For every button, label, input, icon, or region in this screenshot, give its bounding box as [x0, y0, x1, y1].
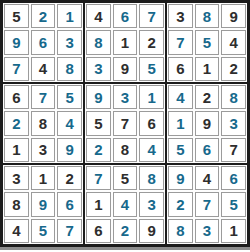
- sudoku-cell-r4c1[interactable]: 6: [4, 85, 29, 109]
- sudoku-box-1: 521963748: [2, 2, 84, 83]
- sudoku-cell-r1c8[interactable]: 8: [195, 4, 220, 28]
- sudoku-cell-r7c4[interactable]: 7: [86, 166, 111, 190]
- sudoku-cell-r6c2[interactable]: 3: [31, 138, 56, 162]
- sudoku-cell-r9c4[interactable]: 6: [86, 219, 111, 243]
- sudoku-cell-r2c3[interactable]: 3: [57, 30, 82, 54]
- sudoku-cell-r6c4[interactable]: 2: [86, 138, 111, 162]
- sudoku-cell-r8c5[interactable]: 4: [113, 192, 138, 216]
- sudoku-cell-r6c5[interactable]: 8: [113, 138, 138, 162]
- sudoku-box-6: 428193567: [166, 83, 248, 164]
- sudoku-cell-r2c2[interactable]: 6: [31, 30, 56, 54]
- sudoku-cell-r5c4[interactable]: 5: [86, 111, 111, 135]
- sudoku-box-8: 758143629: [84, 164, 166, 245]
- sudoku-cell-r6c6[interactable]: 4: [139, 138, 164, 162]
- sudoku-cell-r3c1[interactable]: 7: [4, 57, 29, 81]
- sudoku-cell-r5c3[interactable]: 4: [57, 111, 82, 135]
- sudoku-cell-r3c9[interactable]: 2: [221, 57, 246, 81]
- sudoku-cell-r8c7[interactable]: 2: [168, 192, 193, 216]
- sudoku-cell-r7c6[interactable]: 8: [139, 166, 164, 190]
- sudoku-cell-r2c9[interactable]: 4: [221, 30, 246, 54]
- sudoku-board: 5219637484678123953897546126752841399315…: [0, 0, 250, 247]
- sudoku-cell-r5c7[interactable]: 1: [168, 111, 193, 135]
- sudoku-cell-r1c2[interactable]: 2: [31, 4, 56, 28]
- sudoku-cell-r9c9[interactable]: 1: [221, 219, 246, 243]
- sudoku-cell-r5c9[interactable]: 3: [221, 111, 246, 135]
- sudoku-cell-r6c3[interactable]: 9: [57, 138, 82, 162]
- sudoku-cell-r3c3[interactable]: 8: [57, 57, 82, 81]
- sudoku-cell-r7c7[interactable]: 9: [168, 166, 193, 190]
- sudoku-cell-r7c8[interactable]: 4: [195, 166, 220, 190]
- sudoku-cell-r1c4[interactable]: 4: [86, 4, 111, 28]
- sudoku-cell-r4c2[interactable]: 7: [31, 85, 56, 109]
- sudoku-cell-r7c5[interactable]: 5: [113, 166, 138, 190]
- sudoku-cell-r5c2[interactable]: 8: [31, 111, 56, 135]
- sudoku-cell-r3c2[interactable]: 4: [31, 57, 56, 81]
- sudoku-cell-r4c3[interactable]: 5: [57, 85, 82, 109]
- sudoku-cell-r1c3[interactable]: 1: [57, 4, 82, 28]
- sudoku-cell-r1c7[interactable]: 3: [168, 4, 193, 28]
- sudoku-cell-r8c1[interactable]: 8: [4, 192, 29, 216]
- sudoku-cell-r8c8[interactable]: 7: [195, 192, 220, 216]
- sudoku-cell-r9c2[interactable]: 5: [31, 219, 56, 243]
- sudoku-cell-r1c6[interactable]: 7: [139, 4, 164, 28]
- sudoku-cell-r9c6[interactable]: 9: [139, 219, 164, 243]
- sudoku-cell-r7c9[interactable]: 6: [221, 166, 246, 190]
- sudoku-cell-r6c7[interactable]: 5: [168, 138, 193, 162]
- sudoku-cell-r7c3[interactable]: 2: [57, 166, 82, 190]
- sudoku-cell-r5c8[interactable]: 9: [195, 111, 220, 135]
- sudoku-cell-r2c4[interactable]: 8: [86, 30, 111, 54]
- sudoku-cell-r7c1[interactable]: 3: [4, 166, 29, 190]
- sudoku-cell-r4c7[interactable]: 4: [168, 85, 193, 109]
- sudoku-cell-r3c4[interactable]: 3: [86, 57, 111, 81]
- sudoku-cell-r1c1[interactable]: 5: [4, 4, 29, 28]
- sudoku-box-7: 312896457: [2, 164, 84, 245]
- sudoku-cell-r3c6[interactable]: 5: [139, 57, 164, 81]
- sudoku-cell-r9c3[interactable]: 7: [57, 219, 82, 243]
- sudoku-cell-r8c9[interactable]: 5: [221, 192, 246, 216]
- sudoku-cell-r4c8[interactable]: 2: [195, 85, 220, 109]
- sudoku-cell-r8c2[interactable]: 9: [31, 192, 56, 216]
- sudoku-cell-r6c9[interactable]: 7: [221, 138, 246, 162]
- sudoku-cell-r6c1[interactable]: 1: [4, 138, 29, 162]
- sudoku-cell-r9c8[interactable]: 3: [195, 219, 220, 243]
- sudoku-cell-r1c9[interactable]: 9: [221, 4, 246, 28]
- sudoku-cell-r4c6[interactable]: 1: [139, 85, 164, 109]
- sudoku-box-3: 389754612: [166, 2, 248, 83]
- sudoku-cell-r6c8[interactable]: 6: [195, 138, 220, 162]
- sudoku-cell-r5c1[interactable]: 2: [4, 111, 29, 135]
- sudoku-cell-r9c1[interactable]: 4: [4, 219, 29, 243]
- sudoku-cell-r3c7[interactable]: 6: [168, 57, 193, 81]
- sudoku-cell-r4c5[interactable]: 3: [113, 85, 138, 109]
- sudoku-cell-r2c1[interactable]: 9: [4, 30, 29, 54]
- sudoku-cell-r8c4[interactable]: 1: [86, 192, 111, 216]
- sudoku-cell-r2c8[interactable]: 5: [195, 30, 220, 54]
- sudoku-cell-r5c5[interactable]: 7: [113, 111, 138, 135]
- sudoku-cell-r5c6[interactable]: 6: [139, 111, 164, 135]
- sudoku-box-2: 467812395: [84, 2, 166, 83]
- sudoku-box-4: 675284139: [2, 83, 84, 164]
- sudoku-box-9: 946275831: [166, 164, 248, 245]
- sudoku-cell-r4c9[interactable]: 8: [221, 85, 246, 109]
- sudoku-cell-r2c7[interactable]: 7: [168, 30, 193, 54]
- sudoku-cell-r1c5[interactable]: 6: [113, 4, 138, 28]
- sudoku-cell-r3c8[interactable]: 1: [195, 57, 220, 81]
- sudoku-cell-r2c5[interactable]: 1: [113, 30, 138, 54]
- sudoku-app: 5219637484678123953897546126752841399315…: [0, 0, 250, 252]
- sudoku-cell-r8c3[interactable]: 6: [57, 192, 82, 216]
- sudoku-box-5: 931576284: [84, 83, 166, 164]
- sudoku-cell-r9c7[interactable]: 8: [168, 219, 193, 243]
- sudoku-cell-r2c6[interactable]: 2: [139, 30, 164, 54]
- sudoku-cell-r9c5[interactable]: 2: [113, 219, 138, 243]
- sudoku-cell-r8c6[interactable]: 3: [139, 192, 164, 216]
- sudoku-cell-r3c5[interactable]: 9: [113, 57, 138, 81]
- sudoku-cell-r7c2[interactable]: 1: [31, 166, 56, 190]
- sudoku-cell-r4c4[interactable]: 9: [86, 85, 111, 109]
